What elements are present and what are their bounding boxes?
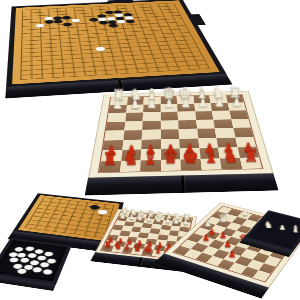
chess-board: ♜♞♝♛♚♝♞♜♟♟♟♟♟♟♟♟♟♟♟♟♟♟♟♟♜♞♝♛♚♝♞♜: [88, 91, 274, 178]
chess-piece-red: ♜: [243, 148, 259, 165]
go-stone-black: ●: [62, 21, 73, 26]
go-stone-white: ●: [16, 267, 29, 275]
go-stone-white: ●: [35, 23, 45, 28]
board-square: [124, 121, 143, 130]
chess-piece-red: ♜: [104, 240, 112, 249]
board-square: [104, 130, 124, 140]
go-stone-white: ●: [71, 18, 81, 23]
board-square: [142, 121, 160, 130]
board-square: [142, 130, 161, 140]
chess-piece-white: ♟: [165, 217, 170, 223]
chess-piece-white: ♟: [198, 97, 208, 108]
go-stone-black: ●: [124, 18, 135, 23]
board-square: [179, 129, 198, 139]
chess-piece-white: ♟: [120, 213, 125, 219]
go-stone-white: ●: [36, 254, 48, 261]
chess-piece-red: ♞: [223, 148, 239, 165]
clasp-tab: [188, 14, 206, 26]
chess-piece-white: ♟: [215, 97, 225, 108]
chess-set-3d: ♜♞♝♛♚♝♞♜♟♟♟♟♟♟♟♟♟♟♟♟♟♟♟♟♜♞♝♛♚♝♞♜: [85, 91, 279, 195]
board-square: [160, 120, 178, 129]
chess-piece-red: ♛: [162, 148, 179, 167]
board-square: [123, 130, 142, 140]
go-stone-white: ●: [42, 268, 55, 276]
stone-drawer-3d: ●●●●●●●●●●●●●●●●●●: [0, 238, 72, 291]
photo-go-set-drawer: ●● ●●●●●●●●●●●●●●●●●●: [0, 190, 108, 300]
chess-piece-white: ♟: [183, 219, 189, 225]
board-square: [106, 121, 125, 130]
board-square: [233, 128, 254, 138]
chess-piece-red: ♟: [229, 250, 237, 259]
photo-chess-set-drawer: ♟♛♟♟♟♛♝♟♟♟ ♞♟♝: [190, 184, 300, 300]
hinge-tab: [107, 0, 134, 4]
chess-piece-red: ♚: [182, 148, 199, 167]
chess-piece-red: ♝: [143, 150, 159, 167]
board-square: [197, 128, 217, 138]
board-square: [231, 119, 251, 128]
go-stone-white: ●: [7, 251, 19, 258]
chess-piece-red: ♞: [123, 151, 139, 168]
chess-piece-white: ♟: [147, 98, 157, 109]
chess-piece-red: ♞: [114, 241, 122, 250]
chess-piece-white: ♟: [146, 216, 151, 222]
chess-piece-white: ♟: [155, 217, 160, 223]
chess-piece-red: ♝: [154, 246, 162, 255]
chess-piece-white: ♟: [164, 98, 174, 109]
board-square: [213, 119, 233, 128]
chess-piece-red: ♜: [102, 151, 118, 168]
chess-piece-white: ♟: [279, 225, 285, 232]
chess-piece-red: ♝: [123, 243, 131, 252]
go-stone-black: ●: [108, 23, 119, 28]
chess-piece-red: ♟: [224, 240, 232, 248]
chess-piece-white: ♟: [181, 98, 191, 109]
board-squares: ♜♞♝♛♚♝♞♜♟♟♟♟♟♟♟♟♟♟♟♟♟♟♟♟♜♞♝♛♚♝♞♜: [99, 95, 262, 173]
chess-piece-white: ♟: [174, 218, 180, 224]
chess-piece-white: ♟: [232, 97, 242, 108]
go-stone-white: ●: [31, 266, 44, 274]
chess-piece-white: ♟: [241, 209, 248, 217]
stone-drawer: ●●●●●●●●●●●●●●●●●●: [0, 238, 72, 285]
chess-piece-white: ♟: [129, 214, 134, 220]
chess-piece-white: ♞: [264, 221, 272, 230]
go-grid: ●●: [25, 197, 115, 238]
chess-piece-red: ♟: [219, 231, 226, 239]
chess-piece-red: ♚: [143, 244, 152, 254]
board-square: [160, 129, 179, 139]
board-square: [215, 128, 235, 138]
chess-piece-white: ♟: [113, 99, 123, 110]
chess-piece-white: ♟: [137, 215, 142, 221]
board-square: [196, 119, 215, 128]
board-square: [178, 120, 197, 129]
chess-piece-white: ♝: [291, 224, 299, 233]
chess-piece-white: ♛: [219, 214, 229, 225]
chess-piece-red: ♛: [133, 243, 142, 253]
chess-piece-red: ♝: [203, 149, 219, 166]
chess-piece-white: ♟: [130, 99, 140, 110]
product-photo-collage: ●●●●●●●●●●●●●●●●●●●●●●●● ♜♞♝♛♚♝♞♜♟♟♟♟♟♟♟…: [0, 0, 300, 300]
